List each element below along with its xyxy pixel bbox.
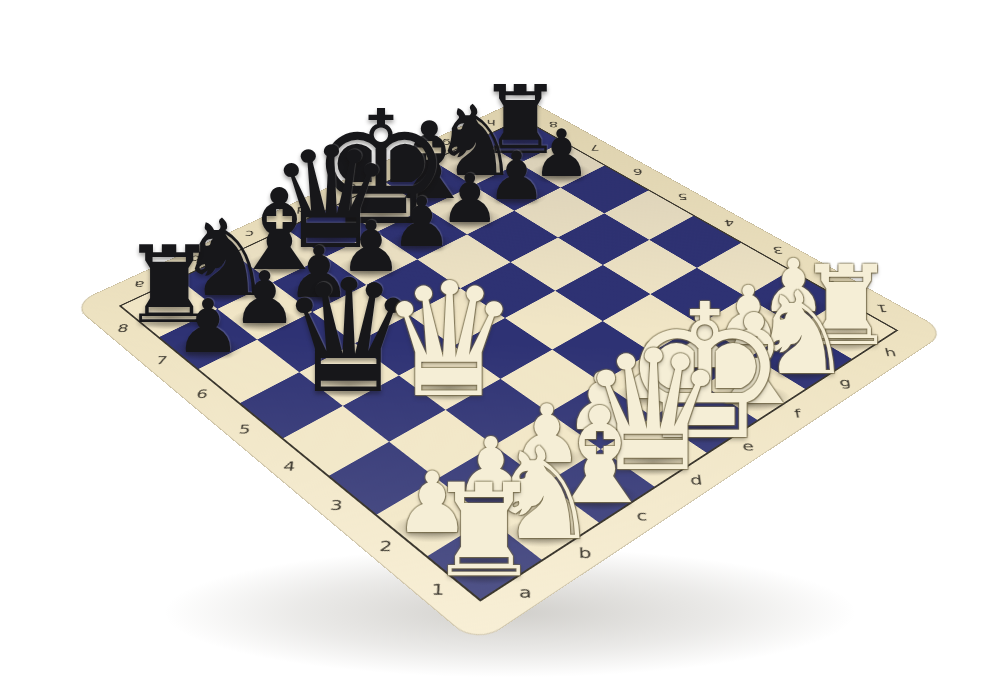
rank-label-7-near: 7 [154, 354, 168, 367]
rank-label-2-near: 2 [379, 538, 393, 554]
piece-white-rook-a1[interactable]: ♜ [427, 468, 541, 595]
rank-label-5-far: 5 [677, 192, 688, 202]
rank-label-3-near: 3 [329, 497, 343, 513]
piece-white-queen-c4[interactable]: ♛ [379, 262, 520, 419]
rank-label-4-far: 4 [723, 217, 735, 227]
rank-label-5-near: 5 [237, 422, 251, 436]
piece-black-pawn-a7[interactable]: ♟ [175, 289, 241, 363]
rank-label-4-near: 4 [282, 459, 296, 474]
rank-label-7-far: 7 [589, 143, 599, 152]
rank-label-6-near: 6 [195, 387, 209, 400]
rank-label-6-far: 6 [632, 167, 643, 177]
photo-stage: aabbccddeeffgghh1122334455667788 ♜♞♝♛♚♝♞… [0, 0, 1000, 700]
